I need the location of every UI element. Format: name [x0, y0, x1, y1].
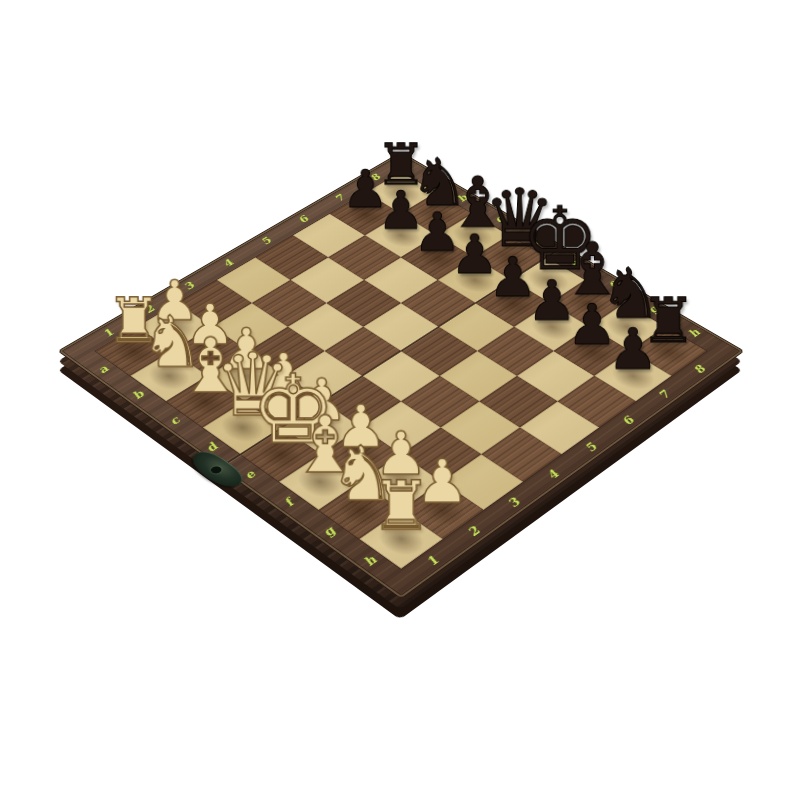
square-h1[interactable]: ♜ [359, 510, 442, 569]
square-e6[interactable] [439, 303, 514, 351]
chess-board: 87654321 87654321 abcdefgh abcdefgh ♜♞♝♛… [57, 152, 744, 599]
board-scene: 87654321 87654321 abcdefgh abcdefgh ♜♞♝♛… [0, 0, 800, 800]
photo-background: 87654321 87654321 abcdefgh abcdefgh ♜♞♝♛… [0, 0, 800, 800]
piece-white-rook[interactable]: ♜ [370, 475, 431, 539]
board-field: ♜♞♝♛♚♝♞♜♟♟♟♟♟♟♟♟♟♟♟♟♟♟♟♟♜♞♝♛♚♝♞♜ [96, 172, 707, 569]
piece-black-pawn[interactable]: ♟ [605, 322, 662, 376]
